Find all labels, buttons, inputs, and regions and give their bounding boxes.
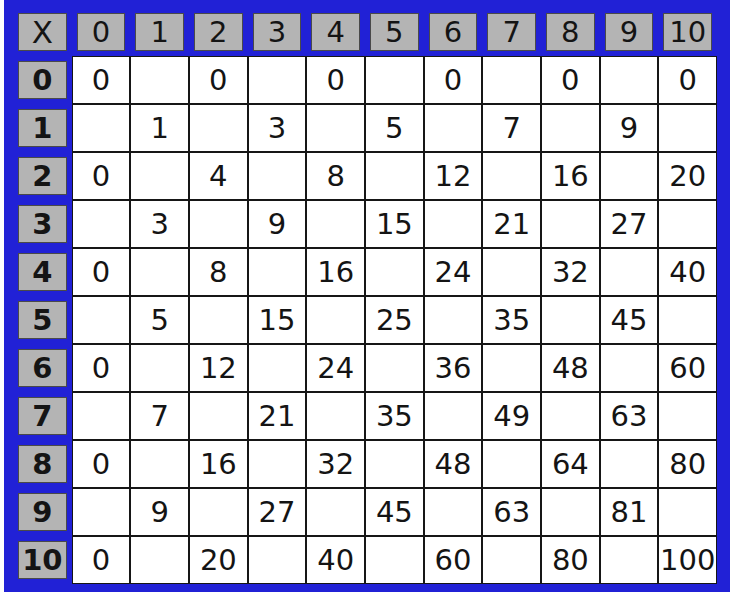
cell-r4c7 bbox=[482, 248, 541, 296]
cell-r9c0 bbox=[72, 488, 131, 536]
cell-r8c9 bbox=[600, 440, 659, 488]
cell-r8c10: 80 bbox=[658, 440, 717, 488]
cell-r4c3 bbox=[248, 248, 307, 296]
header-row-1: 1 bbox=[13, 104, 72, 152]
cell-r7c0 bbox=[72, 392, 131, 440]
cell-r0c5 bbox=[365, 56, 424, 104]
cell-r10c2: 20 bbox=[189, 536, 248, 584]
cell-r8c8: 64 bbox=[541, 440, 600, 488]
cell-r2c7 bbox=[482, 152, 541, 200]
cell-r3c3: 9 bbox=[248, 200, 307, 248]
cell-r0c6: 0 bbox=[424, 56, 483, 104]
cell-r9c8 bbox=[541, 488, 600, 536]
cell-r9c9: 81 bbox=[600, 488, 659, 536]
cell-r4c4: 16 bbox=[306, 248, 365, 296]
header-col-0: 0 bbox=[72, 8, 131, 56]
cell-r3c2 bbox=[189, 200, 248, 248]
cell-r4c1 bbox=[130, 248, 189, 296]
cell-r10c8: 80 bbox=[541, 536, 600, 584]
cell-r10c4: 40 bbox=[306, 536, 365, 584]
cell-r10c6: 60 bbox=[424, 536, 483, 584]
cell-r1c3: 3 bbox=[248, 104, 307, 152]
cell-r9c2 bbox=[189, 488, 248, 536]
cell-r3c5: 15 bbox=[365, 200, 424, 248]
header-row-8: 8 bbox=[13, 440, 72, 488]
cell-r7c5: 35 bbox=[365, 392, 424, 440]
worksheet-canvas: X012345678910000000011357920481216203391… bbox=[0, 0, 736, 607]
cell-r4c9 bbox=[600, 248, 659, 296]
cell-r0c1 bbox=[130, 56, 189, 104]
cell-r9c6 bbox=[424, 488, 483, 536]
header-col-5: 5 bbox=[365, 8, 424, 56]
cell-r6c7 bbox=[482, 344, 541, 392]
cell-r9c3: 27 bbox=[248, 488, 307, 536]
cell-r3c7: 21 bbox=[482, 200, 541, 248]
cell-r2c6: 12 bbox=[424, 152, 483, 200]
cell-r6c9 bbox=[600, 344, 659, 392]
cell-r7c9: 63 bbox=[600, 392, 659, 440]
cell-r0c2: 0 bbox=[189, 56, 248, 104]
cell-r8c2: 16 bbox=[189, 440, 248, 488]
cell-r5c7: 35 bbox=[482, 296, 541, 344]
header-row-10: 10 bbox=[13, 536, 72, 584]
cell-r2c2: 4 bbox=[189, 152, 248, 200]
cell-r4c5 bbox=[365, 248, 424, 296]
cell-r2c9 bbox=[600, 152, 659, 200]
header-col-8: 8 bbox=[541, 8, 600, 56]
cell-r8c3 bbox=[248, 440, 307, 488]
header-col-3: 3 bbox=[248, 8, 307, 56]
cell-r9c10 bbox=[658, 488, 717, 536]
corner-x-cell: X bbox=[13, 8, 72, 56]
header-row-6: 6 bbox=[13, 344, 72, 392]
cell-r7c4 bbox=[306, 392, 365, 440]
cell-r5c4 bbox=[306, 296, 365, 344]
cell-r6c5 bbox=[365, 344, 424, 392]
cell-r5c9: 45 bbox=[600, 296, 659, 344]
cell-r8c1 bbox=[130, 440, 189, 488]
cell-r4c10: 40 bbox=[658, 248, 717, 296]
header-row-2: 2 bbox=[13, 152, 72, 200]
cell-r5c10 bbox=[658, 296, 717, 344]
cell-r1c0 bbox=[72, 104, 131, 152]
cell-r6c4: 24 bbox=[306, 344, 365, 392]
cell-r4c0: 0 bbox=[72, 248, 131, 296]
cell-r4c2: 8 bbox=[189, 248, 248, 296]
cell-r7c7: 49 bbox=[482, 392, 541, 440]
cell-r7c6 bbox=[424, 392, 483, 440]
cell-r8c7 bbox=[482, 440, 541, 488]
cell-r3c4 bbox=[306, 200, 365, 248]
cell-r10c5 bbox=[365, 536, 424, 584]
cell-r1c2 bbox=[189, 104, 248, 152]
header-col-2: 2 bbox=[189, 8, 248, 56]
header-row-4: 4 bbox=[13, 248, 72, 296]
cell-r3c1: 3 bbox=[130, 200, 189, 248]
header-row-5: 5 bbox=[13, 296, 72, 344]
cell-r1c9: 9 bbox=[600, 104, 659, 152]
cell-r5c8 bbox=[541, 296, 600, 344]
cell-r6c6: 36 bbox=[424, 344, 483, 392]
cell-r1c4 bbox=[306, 104, 365, 152]
cell-r9c7: 63 bbox=[482, 488, 541, 536]
cell-r7c10 bbox=[658, 392, 717, 440]
header-col-9: 9 bbox=[600, 8, 659, 56]
cell-r5c3: 15 bbox=[248, 296, 307, 344]
header-col-10: 10 bbox=[658, 8, 717, 56]
cell-r4c8: 32 bbox=[541, 248, 600, 296]
header-row-0: 0 bbox=[13, 56, 72, 104]
cell-r7c8 bbox=[541, 392, 600, 440]
cell-r8c4: 32 bbox=[306, 440, 365, 488]
cell-r2c8: 16 bbox=[541, 152, 600, 200]
cell-r9c4 bbox=[306, 488, 365, 536]
cell-r5c2 bbox=[189, 296, 248, 344]
cell-r7c2 bbox=[189, 392, 248, 440]
cell-r1c8 bbox=[541, 104, 600, 152]
cell-r0c4: 0 bbox=[306, 56, 365, 104]
cell-r10c3 bbox=[248, 536, 307, 584]
cell-r3c8 bbox=[541, 200, 600, 248]
cell-r10c0: 0 bbox=[72, 536, 131, 584]
cell-r6c1 bbox=[130, 344, 189, 392]
cell-r9c5: 45 bbox=[365, 488, 424, 536]
cell-r2c3 bbox=[248, 152, 307, 200]
cell-r0c10: 0 bbox=[658, 56, 717, 104]
cell-r2c5 bbox=[365, 152, 424, 200]
cell-r7c3: 21 bbox=[248, 392, 307, 440]
cell-r6c8: 48 bbox=[541, 344, 600, 392]
cell-r0c8: 0 bbox=[541, 56, 600, 104]
cell-r1c10 bbox=[658, 104, 717, 152]
cell-r3c6 bbox=[424, 200, 483, 248]
cell-r4c6: 24 bbox=[424, 248, 483, 296]
cell-r10c9 bbox=[600, 536, 659, 584]
header-row-3: 3 bbox=[13, 200, 72, 248]
cell-r8c0: 0 bbox=[72, 440, 131, 488]
cell-r0c0: 0 bbox=[72, 56, 131, 104]
header-row-7: 7 bbox=[13, 392, 72, 440]
header-row-9: 9 bbox=[13, 488, 72, 536]
cell-r3c10 bbox=[658, 200, 717, 248]
cell-r6c0: 0 bbox=[72, 344, 131, 392]
header-col-4: 4 bbox=[306, 8, 365, 56]
cell-r6c10: 60 bbox=[658, 344, 717, 392]
header-col-6: 6 bbox=[424, 8, 483, 56]
cell-r1c6 bbox=[424, 104, 483, 152]
header-col-7: 7 bbox=[482, 8, 541, 56]
cell-r1c7: 7 bbox=[482, 104, 541, 152]
cell-r10c1 bbox=[130, 536, 189, 584]
multiplication-table: X012345678910000000011357920481216203391… bbox=[13, 8, 717, 584]
cell-r10c7 bbox=[482, 536, 541, 584]
cell-r2c10: 20 bbox=[658, 152, 717, 200]
cell-r3c9: 27 bbox=[600, 200, 659, 248]
cell-r5c1: 5 bbox=[130, 296, 189, 344]
cell-r8c6: 48 bbox=[424, 440, 483, 488]
cell-r3c0 bbox=[72, 200, 131, 248]
cell-r10c10: 100 bbox=[658, 536, 717, 584]
cell-r6c2: 12 bbox=[189, 344, 248, 392]
cell-r0c7 bbox=[482, 56, 541, 104]
board-frame: X012345678910000000011357920481216203391… bbox=[4, 0, 730, 592]
cell-r2c1 bbox=[130, 152, 189, 200]
cell-r5c6 bbox=[424, 296, 483, 344]
cell-r0c9 bbox=[600, 56, 659, 104]
cell-r2c0: 0 bbox=[72, 152, 131, 200]
cell-r9c1: 9 bbox=[130, 488, 189, 536]
cell-r6c3 bbox=[248, 344, 307, 392]
cell-r1c1: 1 bbox=[130, 104, 189, 152]
cell-r1c5: 5 bbox=[365, 104, 424, 152]
cell-r8c5 bbox=[365, 440, 424, 488]
cell-r5c0 bbox=[72, 296, 131, 344]
cell-r0c3 bbox=[248, 56, 307, 104]
cell-r2c4: 8 bbox=[306, 152, 365, 200]
cell-r5c5: 25 bbox=[365, 296, 424, 344]
header-col-1: 1 bbox=[130, 8, 189, 56]
cell-r7c1: 7 bbox=[130, 392, 189, 440]
